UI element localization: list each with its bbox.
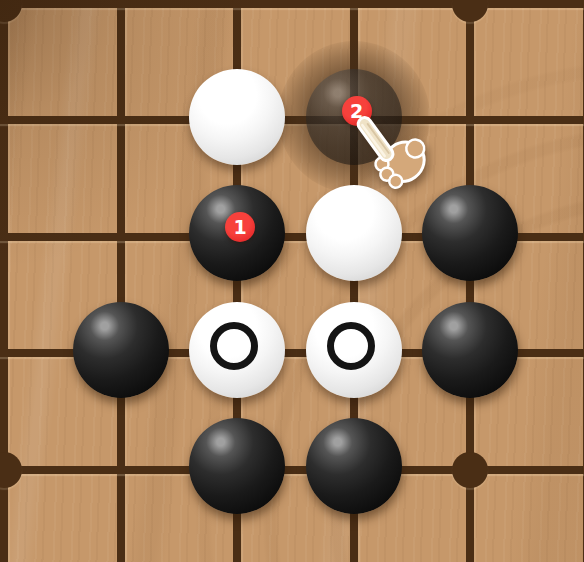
tap-hand-icon[interactable] (342, 116, 434, 212)
star-point-C3 (0, 452, 22, 488)
star-point-G7 (452, 0, 488, 22)
grid-line-horizontal-7 (0, 0, 584, 8)
stone-white-F4 (306, 302, 402, 398)
stone-black-G4 (422, 302, 518, 398)
stone-black-D4 (73, 302, 169, 398)
stone-white-E6 (189, 69, 285, 165)
move-badge-1: 1 (225, 212, 255, 242)
grid-line-horizontal-3 (0, 466, 584, 474)
star-point-C7 (0, 0, 22, 22)
stone-black-F3 (306, 418, 402, 514)
circle-marker-F4 (327, 322, 375, 370)
stone-black-G5 (422, 185, 518, 281)
stone-black-E3 (189, 418, 285, 514)
stone-white-E4 (189, 302, 285, 398)
star-point-G3 (452, 452, 488, 488)
grid-line-vertical-D (117, 0, 125, 562)
go-board[interactable]: 21 (0, 0, 584, 562)
circle-marker-E4 (210, 322, 258, 370)
hand-index-finger (356, 116, 396, 163)
